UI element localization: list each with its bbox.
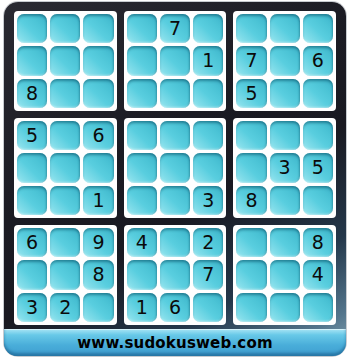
cell-r2c6[interactable]: 1 xyxy=(193,46,223,75)
cell-r9c6[interactable] xyxy=(193,293,223,322)
cell-r3c5[interactable] xyxy=(160,79,190,108)
cell-r1c6[interactable] xyxy=(193,14,223,43)
cell-r8c3[interactable]: 8 xyxy=(83,260,113,289)
box-r1c3: 765 xyxy=(233,11,336,111)
cell-r4c5[interactable] xyxy=(160,121,190,150)
cell-r9c4[interactable]: 1 xyxy=(127,293,157,322)
box-r2c1: 561 xyxy=(14,118,117,218)
cell-r2c3[interactable] xyxy=(83,46,113,75)
box-r3c3: 84 xyxy=(233,225,336,325)
cell-r2c9[interactable]: 6 xyxy=(303,46,333,75)
cell-r7c2[interactable] xyxy=(50,228,80,257)
cell-r8c1[interactable] xyxy=(17,260,47,289)
cell-r7c4[interactable]: 4 xyxy=(127,228,157,257)
cell-r3c7[interactable]: 5 xyxy=(236,79,266,108)
cell-r9c8[interactable] xyxy=(270,293,300,322)
cell-r2c5[interactable] xyxy=(160,46,190,75)
cell-r6c8[interactable] xyxy=(270,186,300,215)
sudoku-board: 8717655613358698324271684 www.sudokusweb… xyxy=(4,2,346,356)
cell-r3c9[interactable] xyxy=(303,79,333,108)
cell-r5c6[interactable] xyxy=(193,153,223,182)
cell-r9c3[interactable] xyxy=(83,293,113,322)
cell-r5c2[interactable] xyxy=(50,153,80,182)
cell-r7c7[interactable] xyxy=(236,228,266,257)
cell-r9c1[interactable]: 3 xyxy=(17,293,47,322)
cell-r7c3[interactable]: 9 xyxy=(83,228,113,257)
cell-r6c4[interactable] xyxy=(127,186,157,215)
box-r3c1: 69832 xyxy=(14,225,117,325)
cell-r5c9[interactable]: 5 xyxy=(303,153,333,182)
cell-r7c6[interactable]: 2 xyxy=(193,228,223,257)
box-r2c3: 358 xyxy=(233,118,336,218)
cell-r9c5[interactable]: 6 xyxy=(160,293,190,322)
cell-r3c3[interactable] xyxy=(83,79,113,108)
cell-r4c1[interactable]: 5 xyxy=(17,121,47,150)
cell-r4c7[interactable] xyxy=(236,121,266,150)
cell-r1c2[interactable] xyxy=(50,14,80,43)
cell-r7c5[interactable] xyxy=(160,228,190,257)
cell-r8c5[interactable] xyxy=(160,260,190,289)
cell-r9c7[interactable] xyxy=(236,293,266,322)
cell-r2c2[interactable] xyxy=(50,46,80,75)
cell-r5c1[interactable] xyxy=(17,153,47,182)
cell-r4c2[interactable] xyxy=(50,121,80,150)
cell-r6c2[interactable] xyxy=(50,186,80,215)
box-r2c2: 3 xyxy=(124,118,227,218)
cell-r4c9[interactable] xyxy=(303,121,333,150)
cell-r9c2[interactable]: 2 xyxy=(50,293,80,322)
cell-r3c2[interactable] xyxy=(50,79,80,108)
cell-r3c4[interactable] xyxy=(127,79,157,108)
cell-r3c6[interactable] xyxy=(193,79,223,108)
cell-r5c4[interactable] xyxy=(127,153,157,182)
cell-r1c3[interactable] xyxy=(83,14,113,43)
cell-r6c1[interactable] xyxy=(17,186,47,215)
box-r3c2: 42716 xyxy=(124,225,227,325)
cell-r2c7[interactable]: 7 xyxy=(236,46,266,75)
cell-r2c4[interactable] xyxy=(127,46,157,75)
box-r1c1: 8 xyxy=(14,11,117,111)
cell-r2c8[interactable] xyxy=(270,46,300,75)
cell-r9c9[interactable] xyxy=(303,293,333,322)
cell-r8c6[interactable]: 7 xyxy=(193,260,223,289)
footer-bar: www.sudokusweb.com xyxy=(4,329,346,356)
cell-r7c8[interactable] xyxy=(270,228,300,257)
cell-r1c8[interactable] xyxy=(270,14,300,43)
cell-r4c3[interactable]: 6 xyxy=(83,121,113,150)
cell-r3c1[interactable]: 8 xyxy=(17,79,47,108)
cell-r6c9[interactable] xyxy=(303,186,333,215)
cell-r2c1[interactable] xyxy=(17,46,47,75)
cell-r5c8[interactable]: 3 xyxy=(270,153,300,182)
cell-r8c2[interactable] xyxy=(50,260,80,289)
cell-r1c7[interactable] xyxy=(236,14,266,43)
cell-r6c7[interactable]: 8 xyxy=(236,186,266,215)
cell-r7c9[interactable]: 8 xyxy=(303,228,333,257)
cell-r6c5[interactable] xyxy=(160,186,190,215)
cell-r8c9[interactable]: 4 xyxy=(303,260,333,289)
cell-r3c8[interactable] xyxy=(270,79,300,108)
cell-r4c6[interactable] xyxy=(193,121,223,150)
cell-r5c7[interactable] xyxy=(236,153,266,182)
cell-r7c1[interactable]: 6 xyxy=(17,228,47,257)
cell-r1c4[interactable] xyxy=(127,14,157,43)
cell-r6c6[interactable]: 3 xyxy=(193,186,223,215)
cell-r6c3[interactable]: 1 xyxy=(83,186,113,215)
cell-r5c5[interactable] xyxy=(160,153,190,182)
site-url[interactable]: www.sudokusweb.com xyxy=(77,334,272,352)
cell-r1c1[interactable] xyxy=(17,14,47,43)
cell-r8c8[interactable] xyxy=(270,260,300,289)
cell-r5c3[interactable] xyxy=(83,153,113,182)
cell-r4c8[interactable] xyxy=(270,121,300,150)
cell-r1c5[interactable]: 7 xyxy=(160,14,190,43)
cell-r1c9[interactable] xyxy=(303,14,333,43)
cell-r8c4[interactable] xyxy=(127,260,157,289)
sudoku-grid: 8717655613358698324271684 xyxy=(14,11,336,325)
cell-r4c4[interactable] xyxy=(127,121,157,150)
box-r1c2: 71 xyxy=(124,11,227,111)
cell-r8c7[interactable] xyxy=(236,260,266,289)
